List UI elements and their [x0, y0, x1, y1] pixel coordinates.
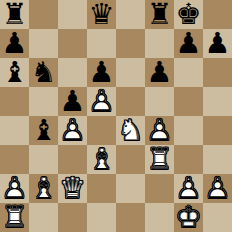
piece-black-pawn[interactable]: ♟ [0, 29, 29, 58]
square-d8[interactable]: ♛ [87, 0, 116, 29]
square-g4[interactable] [174, 116, 203, 145]
white-pawn-outline-icon: ♙ [203, 174, 232, 203]
white-pawn-icon: ♟ [203, 174, 232, 203]
black-rook-icon: ♜ [145, 0, 174, 29]
white-queen-outline-icon: ♕ [58, 174, 87, 203]
black-pawn-icon: ♟ [174, 29, 203, 58]
square-e7[interactable] [116, 29, 145, 58]
square-g7[interactable]: ♟ [174, 29, 203, 58]
square-a5[interactable] [0, 87, 29, 116]
square-f5[interactable] [145, 87, 174, 116]
piece-black-knight[interactable]: ♞ [29, 58, 58, 87]
square-c3[interactable] [58, 145, 87, 174]
white-bishop-icon: ♝ [29, 174, 58, 203]
white-pawn-icon: ♟ [0, 174, 29, 203]
white-knight-outline-icon: ♘ [116, 116, 145, 145]
piece-black-rook[interactable]: ♜ [0, 0, 29, 29]
square-b1[interactable] [29, 203, 58, 232]
square-d2[interactable] [87, 174, 116, 203]
square-f3[interactable]: ♜♖ [145, 145, 174, 174]
square-f6[interactable]: ♟ [145, 58, 174, 87]
square-g8[interactable]: ♚ [174, 0, 203, 29]
white-bishop-icon: ♝ [87, 145, 116, 174]
square-e4[interactable]: ♞♘ [116, 116, 145, 145]
white-pawn-outline-icon: ♙ [58, 116, 87, 145]
white-pawn-icon: ♟ [87, 87, 116, 116]
piece-black-pawn[interactable]: ♟ [145, 58, 174, 87]
square-f1[interactable] [145, 203, 174, 232]
square-g6[interactable] [174, 58, 203, 87]
black-bishop-icon: ♝ [29, 116, 58, 145]
square-c8[interactable] [58, 0, 87, 29]
square-b3[interactable] [29, 145, 58, 174]
square-h5[interactable] [203, 87, 232, 116]
piece-white-pawn[interactable]: ♟♙ [87, 87, 116, 116]
square-a3[interactable] [0, 145, 29, 174]
white-pawn-icon: ♟ [58, 116, 87, 145]
piece-black-pawn[interactable]: ♟ [203, 29, 232, 58]
black-pawn-icon: ♟ [0, 29, 29, 58]
piece-white-rook[interactable]: ♜♖ [0, 203, 29, 232]
square-a1[interactable]: ♜♖ [0, 203, 29, 232]
square-c4[interactable]: ♟♙ [58, 116, 87, 145]
square-e6[interactable] [116, 58, 145, 87]
square-a2[interactable]: ♟♙ [0, 174, 29, 203]
white-pawn-icon: ♟ [174, 174, 203, 203]
square-f2[interactable] [145, 174, 174, 203]
black-bishop-icon: ♝ [0, 58, 29, 87]
white-knight-icon: ♞ [116, 116, 145, 145]
white-queen-icon: ♛ [58, 174, 87, 203]
square-a7[interactable]: ♟ [0, 29, 29, 58]
white-rook-icon: ♜ [145, 145, 174, 174]
square-h2[interactable]: ♟♙ [203, 174, 232, 203]
square-c2[interactable]: ♛♕ [58, 174, 87, 203]
piece-black-bishop[interactable]: ♝ [0, 58, 29, 87]
square-g1[interactable]: ♚♔ [174, 203, 203, 232]
square-b5[interactable] [29, 87, 58, 116]
square-h8[interactable] [203, 0, 232, 29]
square-a8[interactable]: ♜ [0, 0, 29, 29]
square-g2[interactable]: ♟♙ [174, 174, 203, 203]
square-d4[interactable] [87, 116, 116, 145]
black-pawn-icon: ♟ [87, 58, 116, 87]
piece-white-pawn[interactable]: ♟♙ [203, 174, 232, 203]
square-h3[interactable] [203, 145, 232, 174]
piece-white-pawn[interactable]: ♟♙ [0, 174, 29, 203]
square-d7[interactable] [87, 29, 116, 58]
piece-white-bishop[interactable]: ♝♗ [29, 174, 58, 203]
square-f7[interactable] [145, 29, 174, 58]
piece-white-rook[interactable]: ♜♖ [145, 145, 174, 174]
square-h6[interactable] [203, 58, 232, 87]
piece-black-pawn[interactable]: ♟ [58, 87, 87, 116]
piece-white-pawn[interactable]: ♟♙ [145, 116, 174, 145]
chess-board: ♜♛♜♚♟♟♟♝♞♟♟♟♟♙♝♟♙♞♘♟♙♝♗♜♖♟♙♝♗♛♕♟♙♟♙♜♖♚♔ [0, 0, 232, 232]
white-pawn-outline-icon: ♙ [174, 174, 203, 203]
square-b2[interactable]: ♝♗ [29, 174, 58, 203]
black-knight-icon: ♞ [29, 58, 58, 87]
piece-black-bishop[interactable]: ♝ [29, 116, 58, 145]
square-a6[interactable]: ♝ [0, 58, 29, 87]
black-pawn-icon: ♟ [203, 29, 232, 58]
white-king-icon: ♚ [174, 203, 203, 232]
square-c6[interactable] [58, 58, 87, 87]
square-e3[interactable] [116, 145, 145, 174]
white-pawn-outline-icon: ♙ [87, 87, 116, 116]
square-f8[interactable]: ♜ [145, 0, 174, 29]
square-g5[interactable] [174, 87, 203, 116]
square-c1[interactable] [58, 203, 87, 232]
white-bishop-outline-icon: ♗ [29, 174, 58, 203]
black-rook-icon: ♜ [0, 0, 29, 29]
square-f4[interactable]: ♟♙ [145, 116, 174, 145]
piece-black-king[interactable]: ♚ [174, 0, 203, 29]
square-d1[interactable] [87, 203, 116, 232]
piece-black-rook[interactable]: ♜ [145, 0, 174, 29]
piece-white-pawn[interactable]: ♟♙ [58, 116, 87, 145]
white-pawn-outline-icon: ♙ [0, 174, 29, 203]
piece-black-pawn[interactable]: ♟ [174, 29, 203, 58]
square-h1[interactable] [203, 203, 232, 232]
white-rook-outline-icon: ♖ [0, 203, 29, 232]
black-pawn-icon: ♟ [145, 58, 174, 87]
black-king-icon: ♚ [174, 0, 203, 29]
piece-white-bishop[interactable]: ♝♗ [87, 145, 116, 174]
square-e8[interactable] [116, 0, 145, 29]
square-c7[interactable] [58, 29, 87, 58]
piece-white-king[interactable]: ♚♔ [174, 203, 203, 232]
white-king-outline-icon: ♔ [174, 203, 203, 232]
square-g3[interactable] [174, 145, 203, 174]
white-pawn-outline-icon: ♙ [145, 116, 174, 145]
white-bishop-outline-icon: ♗ [87, 145, 116, 174]
piece-black-queen[interactable]: ♛ [87, 0, 116, 29]
square-c5[interactable]: ♟ [58, 87, 87, 116]
square-e1[interactable] [116, 203, 145, 232]
square-d5[interactable]: ♟♙ [87, 87, 116, 116]
square-d3[interactable]: ♝♗ [87, 145, 116, 174]
square-b7[interactable] [29, 29, 58, 58]
square-h4[interactable] [203, 116, 232, 145]
square-e2[interactable] [116, 174, 145, 203]
square-b6[interactable]: ♞ [29, 58, 58, 87]
square-a4[interactable] [0, 116, 29, 145]
piece-black-pawn[interactable]: ♟ [87, 58, 116, 87]
piece-white-knight[interactable]: ♞♘ [116, 116, 145, 145]
square-d6[interactable]: ♟ [87, 58, 116, 87]
piece-white-pawn[interactable]: ♟♙ [174, 174, 203, 203]
square-e5[interactable] [116, 87, 145, 116]
white-rook-outline-icon: ♖ [145, 145, 174, 174]
square-h7[interactable]: ♟ [203, 29, 232, 58]
black-pawn-icon: ♟ [58, 87, 87, 116]
black-queen-icon: ♛ [87, 0, 116, 29]
square-b4[interactable]: ♝ [29, 116, 58, 145]
piece-white-queen[interactable]: ♛♕ [58, 174, 87, 203]
white-pawn-icon: ♟ [145, 116, 174, 145]
white-rook-icon: ♜ [0, 203, 29, 232]
square-b8[interactable] [29, 0, 58, 29]
